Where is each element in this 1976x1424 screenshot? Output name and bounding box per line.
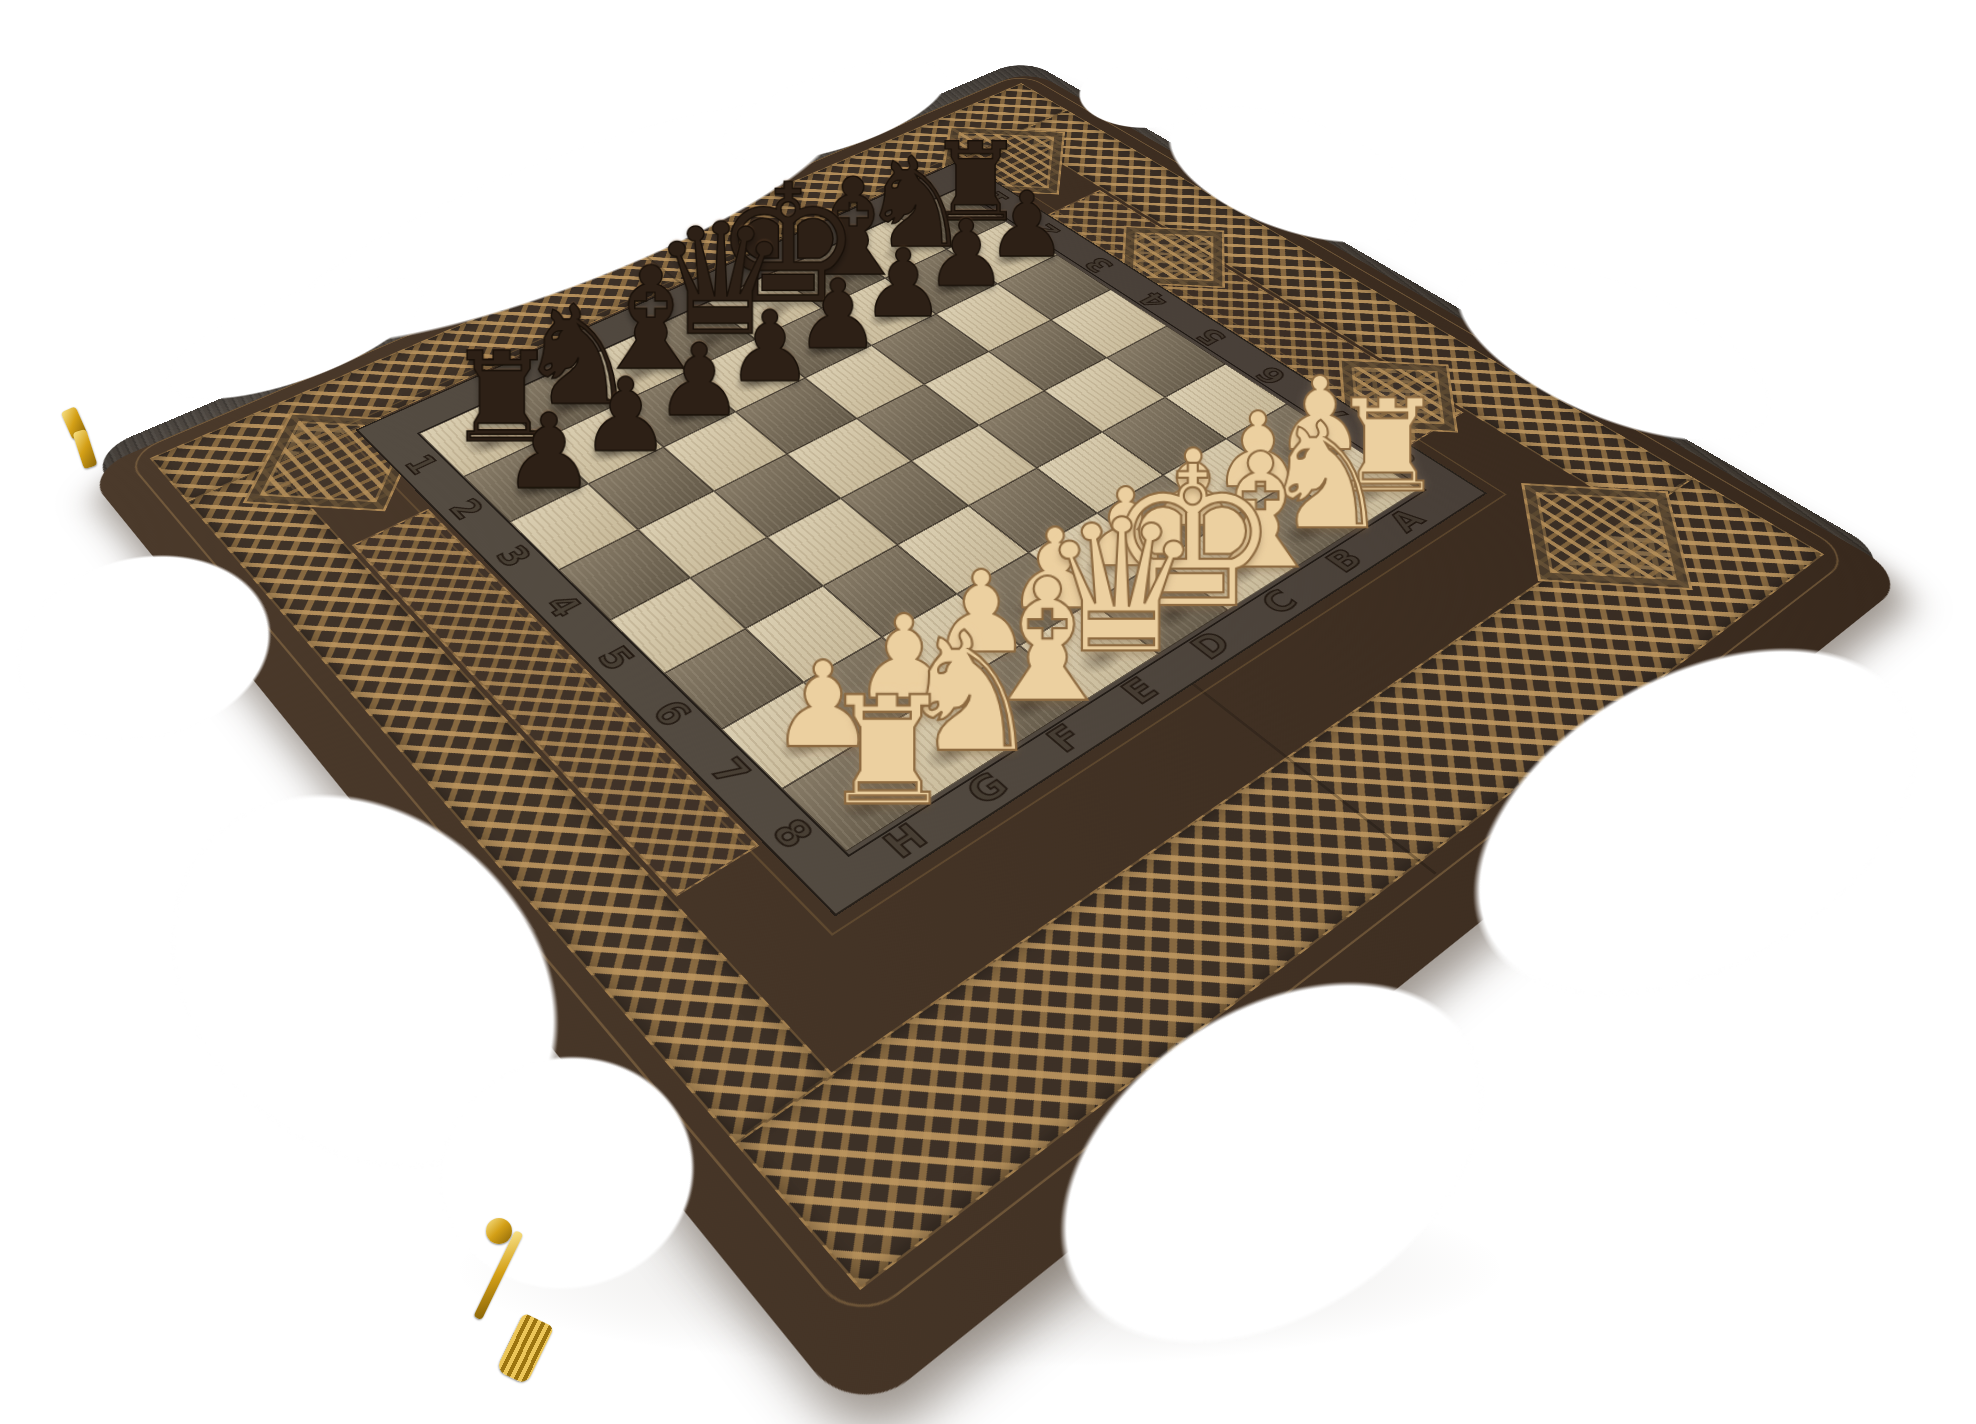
brass-clasp-tassel[interactable] <box>420 1218 550 1408</box>
square-g4[interactable] <box>638 491 767 578</box>
brass-clasp[interactable] <box>60 406 118 472</box>
dark-pawn-glyph: ♟ <box>419 403 679 502</box>
brass-knob <box>486 1218 512 1244</box>
piece-dark-pawn[interactable]: ♟ <box>464 440 589 522</box>
photo-background: ♜♞♝♛♚♝♞♜♟♟♟♟♟♟♟♟♟♟♟♟♟♟♟♟♜♞♝♛♚♝♞♜11H22G33… <box>0 0 1976 1424</box>
light-rook-glyph: ♜ <box>734 681 1039 824</box>
gold-tassel-fringe <box>496 1313 555 1385</box>
brass-hinge-bar <box>72 429 97 469</box>
square-e4[interactable] <box>787 418 911 498</box>
